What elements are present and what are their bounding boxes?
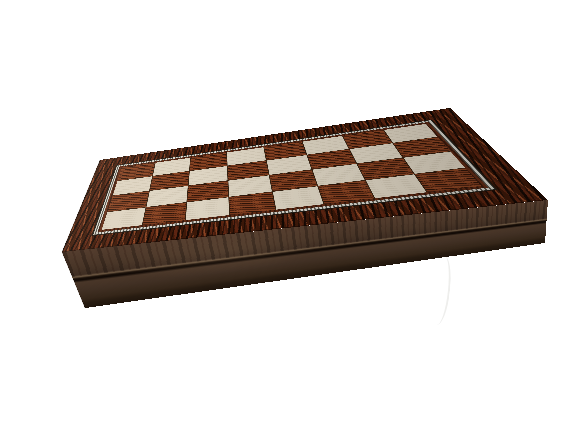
- square-d8: [229, 192, 275, 215]
- square-e8: [273, 186, 324, 209]
- background-reflection-arc: [427, 254, 453, 326]
- square-c8: [186, 197, 230, 220]
- product-photo: Closed dark walnut and macassar ebony fo…: [0, 0, 580, 436]
